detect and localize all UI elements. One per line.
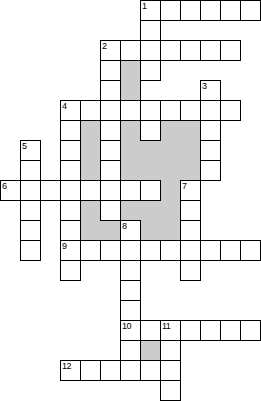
letter-cell-r2c7[interactable] (140, 40, 161, 61)
letter-cell-r18c3[interactable] (60, 360, 81, 381)
letter-cell-r9c1[interactable] (20, 180, 41, 201)
letter-cell-r1c7[interactable] (140, 20, 161, 41)
letter-cell-r2c6[interactable] (120, 40, 141, 61)
blocked-cell-r10c6 (120, 200, 141, 221)
blocked-cell-r11c7 (140, 220, 161, 241)
letter-cell-r9c5[interactable] (100, 180, 121, 201)
letter-cell-r16c9[interactable] (180, 320, 201, 341)
blocked-cell-r8c8 (160, 160, 181, 181)
blocked-cell-r8c4 (80, 160, 101, 181)
letter-cell-r11c9[interactable] (180, 220, 201, 241)
letter-cell-r6c3[interactable] (60, 120, 81, 141)
letter-cell-r8c10[interactable] (200, 160, 221, 181)
letter-cell-r2c10[interactable] (200, 40, 221, 61)
letter-cell-r9c6[interactable] (120, 180, 141, 201)
letter-cell-r9c2[interactable] (40, 180, 61, 201)
blocked-cell-r6c8 (160, 120, 181, 141)
blocked-cell-r17c7 (140, 340, 161, 361)
letter-cell-r19c8[interactable] (160, 380, 181, 401)
letter-cell-r15c6[interactable] (120, 300, 141, 321)
blocked-cell-r4c6 (120, 80, 141, 101)
blocked-cell-r10c4 (80, 200, 101, 221)
blocked-cell-r7c9 (180, 140, 201, 161)
letter-cell-r9c3[interactable] (60, 180, 81, 201)
letter-cell-r16c8[interactable] (160, 320, 181, 341)
letter-cell-r17c8[interactable] (160, 340, 181, 361)
letter-cell-r9c7[interactable] (140, 180, 161, 201)
letter-cell-r10c1[interactable] (20, 200, 41, 221)
letter-cell-r13c9[interactable] (180, 260, 201, 281)
letter-cell-r5c3[interactable] (60, 100, 81, 121)
letter-cell-r2c11[interactable] (220, 40, 241, 61)
letter-cell-r5c11[interactable] (220, 100, 241, 121)
letter-cell-r9c0[interactable] (0, 180, 21, 201)
letter-cell-r5c7[interactable] (140, 100, 161, 121)
letter-cell-r4c5[interactable] (100, 80, 121, 101)
letter-cell-r10c5[interactable] (100, 200, 121, 221)
letter-cell-r6c5[interactable] (100, 120, 121, 141)
letter-cell-r14c6[interactable] (120, 280, 141, 301)
blocked-cell-r7c4 (80, 140, 101, 161)
letter-cell-r10c9[interactable] (180, 200, 201, 221)
letter-cell-r16c7[interactable] (140, 320, 161, 341)
letter-cell-r12c6[interactable] (120, 240, 141, 261)
letter-cell-r0c11[interactable] (220, 0, 241, 21)
letter-cell-r11c3[interactable] (60, 220, 81, 241)
letter-cell-r12c7[interactable] (140, 240, 161, 261)
blocked-cell-r9c8 (160, 180, 181, 201)
letter-cell-r18c8[interactable] (160, 360, 181, 381)
blocked-cell-r11c5 (100, 220, 121, 241)
letter-cell-r9c4[interactable] (80, 180, 101, 201)
letter-cell-r12c3[interactable] (60, 240, 81, 261)
blocked-cell-r11c4 (80, 220, 101, 241)
letter-cell-r2c9[interactable] (180, 40, 201, 61)
letter-cell-r2c8[interactable] (160, 40, 181, 61)
blocked-cell-r11c8 (160, 220, 181, 241)
letter-cell-r9c9[interactable] (180, 180, 201, 201)
letter-cell-r5c8[interactable] (160, 100, 181, 121)
blocked-cell-r7c7 (140, 140, 161, 161)
letter-cell-r12c1[interactable] (20, 240, 41, 261)
letter-cell-r18c6[interactable] (120, 360, 141, 381)
letter-cell-r13c6[interactable] (120, 260, 141, 281)
blocked-cell-r6c4 (80, 120, 101, 141)
letter-cell-r7c5[interactable] (100, 140, 121, 161)
letter-cell-r2c5[interactable] (100, 40, 121, 61)
letter-cell-r16c11[interactable] (220, 320, 241, 341)
letter-cell-r8c3[interactable] (60, 160, 81, 181)
blocked-cell-r8c9 (180, 160, 201, 181)
letter-cell-r5c9[interactable] (180, 100, 201, 121)
letter-cell-r18c7[interactable] (140, 360, 161, 381)
crossword-board: 123456789101112 (0, 0, 261, 401)
letter-cell-r6c7[interactable] (140, 120, 161, 141)
blocked-cell-r8c6 (120, 160, 141, 181)
letter-cell-r0c12[interactable] (240, 0, 261, 21)
letter-cell-r7c10[interactable] (200, 140, 221, 161)
letter-cell-r7c3[interactable] (60, 140, 81, 161)
letter-cell-r0c8[interactable] (160, 0, 181, 21)
blocked-cell-r3c6 (120, 60, 141, 81)
letter-cell-r12c10[interactable] (200, 240, 221, 261)
letter-cell-r5c5[interactable] (100, 100, 121, 121)
letter-cell-r3c7[interactable] (140, 60, 161, 81)
letter-cell-r8c1[interactable] (20, 160, 41, 181)
letter-cell-r5c4[interactable] (80, 100, 101, 121)
letter-cell-r3c5[interactable] (100, 60, 121, 81)
letter-cell-r11c6[interactable] (120, 220, 141, 241)
letter-cell-r0c9[interactable] (180, 0, 201, 21)
letter-cell-r5c10[interactable] (200, 100, 221, 121)
blocked-cell-r10c8 (160, 200, 181, 221)
blocked-cell-r6c6 (120, 120, 141, 141)
letter-cell-r16c12[interactable] (240, 320, 261, 341)
letter-cell-r12c9[interactable] (180, 240, 201, 261)
letter-cell-r18c4[interactable] (80, 360, 101, 381)
letter-cell-r16c10[interactable] (200, 320, 221, 341)
blocked-cell-r6c9 (180, 120, 201, 141)
blocked-cell-r7c8 (160, 140, 181, 161)
letter-cell-r13c3[interactable] (60, 260, 81, 281)
letter-cell-r5c6[interactable] (120, 100, 141, 121)
letter-cell-r11c1[interactable] (20, 220, 41, 241)
blocked-cell-r8c7 (140, 160, 161, 181)
letter-cell-r6c10[interactable] (200, 120, 221, 141)
letter-cell-r12c8[interactable] (160, 240, 181, 261)
letter-cell-r10c3[interactable] (60, 200, 81, 221)
letter-cell-r12c11[interactable] (220, 240, 241, 261)
letter-cell-r18c5[interactable] (100, 360, 121, 381)
blocked-cell-r10c7 (140, 200, 161, 221)
blocked-cell-r7c6 (120, 140, 141, 161)
letter-cell-r16c6[interactable] (120, 320, 141, 341)
letter-cell-r17c6[interactable] (120, 340, 141, 361)
letter-cell-r8c5[interactable] (100, 160, 121, 181)
letter-cell-r7c1[interactable] (20, 140, 41, 161)
letter-cell-r0c10[interactable] (200, 0, 221, 21)
letter-cell-r4c10[interactable] (200, 80, 221, 101)
letter-cell-r12c5[interactable] (100, 240, 121, 261)
letter-cell-r12c12[interactable] (240, 240, 261, 261)
letter-cell-r12c4[interactable] (80, 240, 101, 261)
letter-cell-r0c7[interactable] (140, 0, 161, 21)
